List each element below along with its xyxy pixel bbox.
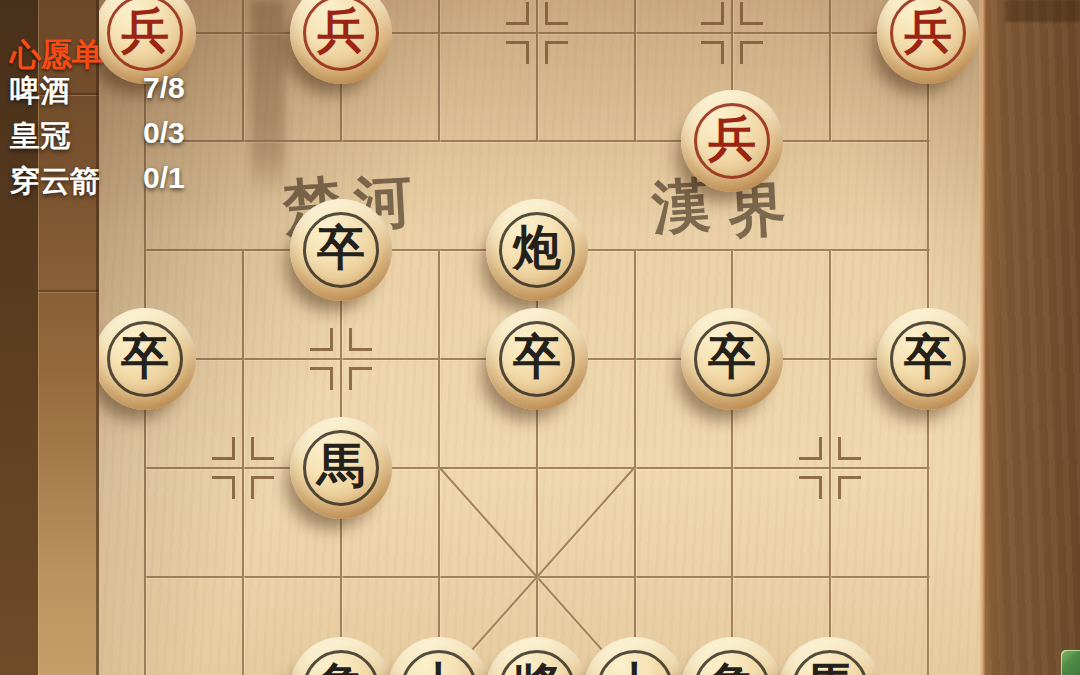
board-right-edge-highlight [979,0,986,675]
piece-black-horse[interactable]: 馬 [779,637,881,675]
piece-black-elephant[interactable]: 象 [681,637,783,675]
piece-black-horse[interactable]: 馬 [290,417,392,519]
piece-black-soldier[interactable]: 卒 [877,308,979,410]
point-marker [701,2,763,64]
piece-character: 馬 [290,414,392,516]
grid-vline [438,0,440,142]
grid-vline [634,0,636,142]
piece-black-soldier[interactable]: 卒 [94,308,196,410]
piece-character: 卒 [290,196,392,298]
piece-black-advisor[interactable]: 士 [388,637,490,675]
piece-character: 士 [388,634,490,675]
right-plank-shadow-notch [1005,0,1080,22]
point-marker [799,437,861,499]
point-marker [310,328,372,390]
piece-black-general[interactable]: 將 [486,637,588,675]
piece-character: 馬 [779,634,881,675]
piece-character: 象 [681,634,783,675]
piece-character: 卒 [486,305,588,407]
piece-red-soldier[interactable]: 兵 [877,0,979,84]
piece-character: 兵 [877,0,979,81]
piece-black-elephant[interactable]: 象 [290,637,392,675]
piece-red-soldier[interactable]: 兵 [94,0,196,84]
piece-character: 兵 [681,87,783,189]
piece-character: 卒 [94,305,196,407]
piece-black-soldier[interactable]: 卒 [486,308,588,410]
piece-red-soldier[interactable]: 兵 [681,90,783,192]
left-wood-plank [0,0,99,675]
piece-character: 士 [584,634,686,675]
green-corner-button[interactable] [1061,650,1080,675]
grid-vline [242,0,244,142]
right-wood-plank [986,0,1080,675]
grid-vline [634,250,636,675]
grid-vline [438,250,440,675]
piece-character: 炮 [486,196,588,298]
wood-grain-streak [251,0,285,196]
grid-vline [829,0,831,142]
piece-black-soldier[interactable]: 卒 [290,199,392,301]
piece-character: 兵 [94,0,196,81]
point-marker [506,2,568,64]
piece-character: 將 [486,634,588,675]
point-marker [212,437,274,499]
xiangqi-game-screen: 楚 河 漢 界 兵兵兵兵卒炮卒卒卒卒馬象士將士象馬 心愿单 啤酒 7/8 皇冠 … [0,0,1080,675]
piece-character: 象 [290,634,392,675]
piece-black-soldier[interactable]: 卒 [681,308,783,410]
piece-black-cannon[interactable]: 炮 [486,199,588,301]
piece-character: 卒 [877,305,979,407]
piece-character: 卒 [681,305,783,407]
piece-character: 兵 [290,0,392,81]
piece-red-soldier[interactable]: 兵 [290,0,392,84]
piece-black-advisor[interactable]: 士 [584,637,686,675]
